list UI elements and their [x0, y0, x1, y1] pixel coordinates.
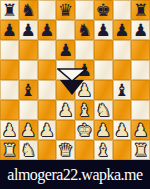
piece-black-king-f8: ♚: [96, 0, 111, 20]
square-g6[interactable]: [113, 40, 132, 60]
piece-white-pawn-f2: ♟: [96, 120, 111, 140]
square-h1[interactable]: ♜: [131, 140, 150, 160]
chess-board: ♜♞♛♚♜♟♟♟♞♟♟♟♟♟♝♟♝♟♝♞♟♟♟♚♟♟♟♜♞♛♝♜: [0, 0, 150, 160]
square-f6[interactable]: [94, 40, 113, 60]
piece-white-pawn-d3: ♟: [58, 100, 73, 120]
piece-black-pawn-b7: ♟: [21, 20, 36, 40]
square-g1[interactable]: [113, 140, 132, 160]
square-h3[interactable]: [131, 100, 150, 120]
piece-black-pawn-g7: ♟: [114, 20, 129, 40]
square-h6[interactable]: [131, 40, 150, 60]
square-f8[interactable]: ♚: [94, 0, 113, 20]
square-g8[interactable]: [113, 0, 132, 20]
piece-black-rook-a8: ♜: [2, 0, 17, 20]
piece-white-pawn-c2: ♟: [39, 120, 54, 140]
square-a5[interactable]: [0, 60, 19, 80]
square-e1[interactable]: [75, 140, 94, 160]
square-c6[interactable]: [38, 40, 57, 60]
site-banner: almogera22.wapka.me: [0, 160, 150, 189]
square-e6[interactable]: [75, 40, 94, 60]
square-c1[interactable]: [38, 140, 57, 160]
square-b3[interactable]: [19, 100, 38, 120]
square-d5[interactable]: [56, 60, 75, 80]
square-d2[interactable]: [56, 120, 75, 140]
square-b2[interactable]: ♟: [19, 120, 38, 140]
square-c8[interactable]: [38, 0, 57, 20]
piece-black-rook-h8: ♜: [133, 0, 148, 20]
square-g4[interactable]: ♝: [113, 80, 132, 100]
piece-black-pawn-f7: ♟: [96, 20, 111, 40]
square-c5[interactable]: [38, 60, 57, 80]
piece-black-pawn-h7: ♟: [133, 20, 148, 40]
square-b4[interactable]: ♝: [19, 80, 38, 100]
square-g7[interactable]: ♟: [113, 20, 132, 40]
piece-black-pawn-a7: ♟: [2, 20, 17, 40]
piece-white-rook-a1: ♜: [2, 140, 17, 160]
square-d7[interactable]: [56, 20, 75, 40]
square-b5[interactable]: [19, 60, 38, 80]
piece-black-bishop-g4: ♝: [114, 80, 129, 100]
square-g3[interactable]: [113, 100, 132, 120]
square-f5[interactable]: [94, 60, 113, 80]
square-h4[interactable]: [131, 80, 150, 100]
square-e7[interactable]: ♞: [75, 20, 94, 40]
square-c4[interactable]: [38, 80, 57, 100]
square-b1[interactable]: ♞: [19, 140, 38, 160]
square-f3[interactable]: ♞: [94, 100, 113, 120]
square-f4[interactable]: [94, 80, 113, 100]
square-e8[interactable]: [75, 0, 94, 20]
square-h2[interactable]: ♟: [131, 120, 150, 140]
piece-white-pawn-a2: ♟: [2, 120, 17, 140]
square-f7[interactable]: ♟: [94, 20, 113, 40]
square-c7[interactable]: ♟: [38, 20, 57, 40]
piece-white-knight-b1: ♞: [21, 140, 36, 160]
piece-black-knight-b8: ♞: [21, 0, 36, 20]
square-h7[interactable]: ♟: [131, 20, 150, 40]
square-h5[interactable]: [131, 60, 150, 80]
square-e2[interactable]: ♚: [75, 120, 94, 140]
square-a8[interactable]: ♜: [0, 0, 19, 20]
square-a1[interactable]: ♜: [0, 140, 19, 160]
square-e3[interactable]: ♝: [75, 100, 94, 120]
piece-black-pawn-e5: ♟: [77, 60, 92, 80]
chess-app-screen: ♜♞♛♚♜♟♟♟♞♟♟♟♟♟♝♟♝♟♝♞♟♟♟♚♟♟♟♜♞♛♝♜ almoger…: [0, 0, 150, 189]
square-d4[interactable]: [56, 80, 75, 100]
square-a7[interactable]: ♟: [0, 20, 19, 40]
square-a6[interactable]: [0, 40, 19, 60]
square-a4[interactable]: [0, 80, 19, 100]
piece-black-pawn-c7: ♟: [39, 20, 54, 40]
piece-white-pawn-e4: ♟: [77, 80, 92, 100]
square-a2[interactable]: ♟: [0, 120, 19, 140]
square-g5[interactable]: [113, 60, 132, 80]
square-b6[interactable]: [19, 40, 38, 60]
square-h8[interactable]: ♜: [131, 0, 150, 20]
piece-white-bishop-e3: ♝: [77, 100, 92, 120]
site-url-text: almogera22.wapka.me: [7, 166, 142, 184]
piece-white-king-e2: ♚: [77, 120, 92, 140]
square-b8[interactable]: ♞: [19, 0, 38, 20]
square-c2[interactable]: ♟: [38, 120, 57, 140]
square-d1[interactable]: ♛: [56, 140, 75, 160]
square-d3[interactable]: ♟: [56, 100, 75, 120]
square-a3[interactable]: [0, 100, 19, 120]
square-d6[interactable]: ♟: [56, 40, 75, 60]
square-b7[interactable]: ♟: [19, 20, 38, 40]
piece-black-knight-e7: ♞: [77, 20, 92, 40]
square-e4[interactable]: ♟: [75, 80, 94, 100]
square-g2[interactable]: ♟: [113, 120, 132, 140]
square-f1[interactable]: ♝: [94, 140, 113, 160]
square-c3[interactable]: [38, 100, 57, 120]
piece-white-pawn-h2: ♟: [133, 120, 148, 140]
square-d8[interactable]: ♛: [56, 0, 75, 20]
piece-white-pawn-g2: ♟: [114, 120, 129, 140]
piece-black-bishop-b4: ♝: [21, 80, 36, 100]
piece-white-knight-f3: ♞: [96, 100, 111, 120]
piece-white-rook-h1: ♜: [133, 140, 148, 160]
piece-white-pawn-b2: ♟: [21, 120, 36, 140]
piece-white-queen-d1: ♛: [58, 140, 73, 160]
piece-black-queen-d8: ♛: [58, 0, 73, 20]
square-e5[interactable]: ♟: [75, 60, 94, 80]
piece-black-pawn-d6: ♟: [58, 40, 73, 60]
square-f2[interactable]: ♟: [94, 120, 113, 140]
piece-white-bishop-f1: ♝: [96, 140, 111, 160]
